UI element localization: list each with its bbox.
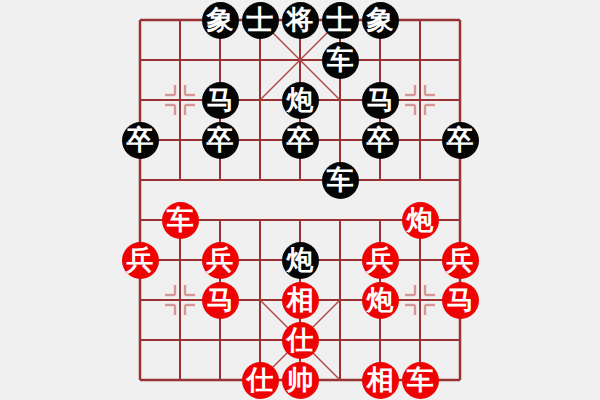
piece-black-soldier[interactable]: 卒 (362, 122, 399, 159)
piece-black-general[interactable]: 将 (282, 2, 319, 39)
piece-red-chariot[interactable]: 车 (162, 202, 199, 239)
piece-black-horse[interactable]: 马 (202, 82, 239, 119)
piece-black-advisor[interactable]: 士 (242, 2, 279, 39)
piece-red-soldier[interactable]: 兵 (202, 242, 239, 279)
piece-red-elephant[interactable]: 相 (362, 362, 399, 399)
piece-black-soldier[interactable]: 卒 (122, 122, 159, 159)
piece-red-advisor[interactable]: 仕 (242, 362, 279, 399)
xiangqi-board[interactable]: 象士将士象车马炮马卒卒卒卒卒车车炮兵兵炮兵兵马相炮马仕仕帅相车 (0, 0, 600, 400)
piece-layer: 象士将士象车马炮马卒卒卒卒卒车车炮兵兵炮兵兵马相炮马仕仕帅相车 (120, 0, 480, 400)
piece-red-elephant[interactable]: 相 (282, 282, 319, 319)
piece-red-general[interactable]: 帅 (282, 362, 319, 399)
piece-black-cannon[interactable]: 炮 (282, 82, 319, 119)
piece-red-horse[interactable]: 马 (442, 282, 479, 319)
piece-black-soldier[interactable]: 卒 (202, 122, 239, 159)
piece-red-cannon[interactable]: 炮 (362, 282, 399, 319)
piece-red-chariot[interactable]: 车 (402, 362, 439, 399)
piece-black-chariot[interactable]: 车 (322, 162, 359, 199)
piece-black-chariot[interactable]: 车 (322, 42, 359, 79)
piece-red-cannon[interactable]: 炮 (402, 202, 439, 239)
piece-black-horse[interactable]: 马 (362, 82, 399, 119)
piece-black-advisor[interactable]: 士 (322, 2, 359, 39)
piece-black-soldier[interactable]: 卒 (282, 122, 319, 159)
piece-red-advisor[interactable]: 仕 (282, 322, 319, 359)
piece-red-soldier[interactable]: 兵 (442, 242, 479, 279)
piece-black-elephant[interactable]: 象 (362, 2, 399, 39)
piece-red-soldier[interactable]: 兵 (362, 242, 399, 279)
piece-red-horse[interactable]: 马 (202, 282, 239, 319)
piece-black-cannon[interactable]: 炮 (282, 242, 319, 279)
piece-black-elephant[interactable]: 象 (202, 2, 239, 39)
piece-red-soldier[interactable]: 兵 (122, 242, 159, 279)
piece-black-soldier[interactable]: 卒 (442, 122, 479, 159)
